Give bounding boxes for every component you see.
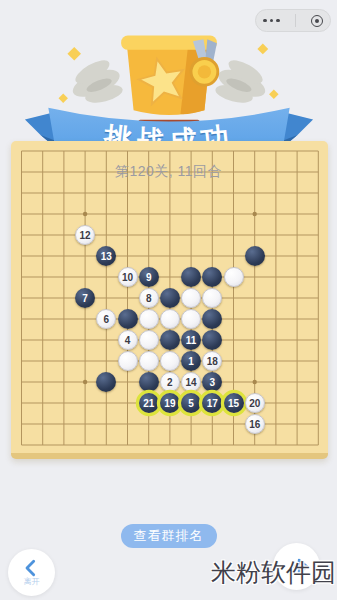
stone-black (202, 267, 222, 287)
stone-black-7: 7 (75, 288, 95, 308)
stone-black (181, 267, 201, 287)
stone-black-21: 21 (139, 393, 159, 413)
stone-white (160, 309, 180, 329)
stone-white (181, 288, 201, 308)
stone-black (202, 330, 222, 350)
stone-black-3: 3 (202, 372, 222, 392)
stone-white-16: 16 (245, 414, 265, 434)
stone-white-12: 12 (75, 225, 95, 245)
stone-black (245, 246, 265, 266)
stone-black (202, 309, 222, 329)
stone-white (181, 309, 201, 329)
stone-black-19: 19 (160, 393, 180, 413)
stone-black-13: 13 (96, 246, 116, 266)
stone-black (118, 309, 138, 329)
more-icon[interactable] (263, 19, 280, 23)
stone-black (160, 330, 180, 350)
stone-black-15: 15 (224, 393, 244, 413)
stone-white (139, 309, 159, 329)
stone-black-17: 17 (202, 393, 222, 413)
stone-black-5: 5 (181, 393, 201, 413)
stone-white (118, 351, 138, 371)
app-screen: 挑战成功 挑战成功 第120关, 11回合 121310978641111821… (0, 0, 337, 600)
stone-black-9: 9 (139, 267, 159, 287)
stone-white-14: 14 (181, 372, 201, 392)
stone-white-20: 20 (245, 393, 265, 413)
view-group-ranking-button[interactable]: 查看群排名 (121, 524, 217, 548)
stone-white (160, 351, 180, 371)
stone-white-2: 2 (160, 372, 180, 392)
stone-white-6: 6 (96, 309, 116, 329)
stone-white-10: 10 (118, 267, 138, 287)
gomoku-board: 121310978641111821432119517152016 (11, 141, 328, 459)
back-button-label: 离开 (24, 576, 40, 587)
stone-black (96, 372, 116, 392)
stone-white-8: 8 (139, 288, 159, 308)
back-button[interactable]: 离开 (8, 549, 55, 596)
stone-black-11: 11 (181, 330, 201, 350)
stone-white-4: 4 (118, 330, 138, 350)
board-stones: 121310978641111821432119517152016 (11, 141, 328, 453)
chevron-left-icon (22, 558, 42, 578)
stone-black (160, 288, 180, 308)
stone-white (224, 267, 244, 287)
stone-black (139, 372, 159, 392)
stone-white-18: 18 (202, 351, 222, 371)
level-round-subtitle: 第120关, 11回合 (115, 163, 222, 181)
stone-white (139, 330, 159, 350)
stone-white (139, 351, 159, 371)
watermark: 米粉软件园 (211, 556, 336, 589)
stone-black-1: 1 (181, 351, 201, 371)
stone-white (202, 288, 222, 308)
